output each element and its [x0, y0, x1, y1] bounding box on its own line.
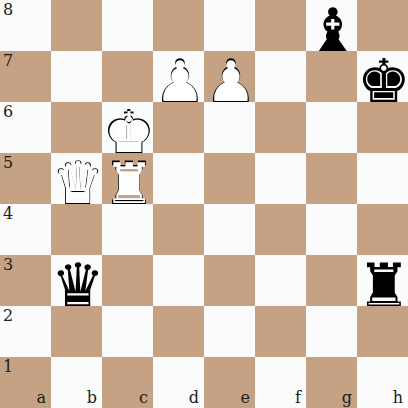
square-h6[interactable] [357, 102, 408, 153]
square-c1[interactable] [102, 357, 153, 408]
square-a8[interactable] [0, 0, 51, 51]
white-pawn-fill-glyph: ♟ [155, 53, 205, 109]
square-d7[interactable]: ♟♙ [153, 51, 204, 102]
square-e5[interactable] [204, 153, 255, 204]
white-king-fill-glyph: ♚ [104, 104, 154, 160]
square-h8[interactable] [357, 0, 408, 51]
square-c6[interactable]: ♚♔ [102, 102, 153, 153]
white-rook-c5[interactable]: ♜♖ [102, 153, 153, 204]
square-h7[interactable]: ♚ [357, 51, 408, 102]
square-b3[interactable]: ♛ [51, 255, 102, 306]
square-d4[interactable] [153, 204, 204, 255]
square-h3[interactable]: ♜ [357, 255, 408, 306]
square-d8[interactable] [153, 0, 204, 51]
chess-diagram: ♝♟♙♟♙♚♚♔♛♕♜♖♛♜ 87654321abcdefgh [0, 0, 408, 408]
square-h1[interactable] [357, 357, 408, 408]
square-f1[interactable] [255, 357, 306, 408]
white-rook-fill-glyph: ♜ [104, 155, 154, 211]
square-e7[interactable]: ♟♙ [204, 51, 255, 102]
square-b7[interactable] [51, 51, 102, 102]
square-g4[interactable] [306, 204, 357, 255]
square-g8[interactable]: ♝ [306, 0, 357, 51]
square-c2[interactable] [102, 306, 153, 357]
square-f4[interactable] [255, 204, 306, 255]
square-f2[interactable] [255, 306, 306, 357]
square-h2[interactable] [357, 306, 408, 357]
square-a7[interactable] [0, 51, 51, 102]
square-e8[interactable] [204, 0, 255, 51]
white-queen-fill-glyph: ♛ [53, 155, 103, 211]
square-a2[interactable] [0, 306, 51, 357]
square-b1[interactable] [51, 357, 102, 408]
square-d5[interactable] [153, 153, 204, 204]
square-f6[interactable] [255, 102, 306, 153]
square-g2[interactable] [306, 306, 357, 357]
square-c3[interactable] [102, 255, 153, 306]
square-g7[interactable] [306, 51, 357, 102]
square-h5[interactable] [357, 153, 408, 204]
square-b4[interactable] [51, 204, 102, 255]
square-a4[interactable] [0, 204, 51, 255]
square-e6[interactable] [204, 102, 255, 153]
square-g1[interactable] [306, 357, 357, 408]
white-pawn-fill-glyph: ♟ [206, 53, 256, 109]
square-h4[interactable] [357, 204, 408, 255]
black-queen-b3[interactable]: ♛ [51, 255, 102, 306]
square-d1[interactable] [153, 357, 204, 408]
square-e4[interactable] [204, 204, 255, 255]
square-c8[interactable] [102, 0, 153, 51]
square-a5[interactable] [0, 153, 51, 204]
square-c4[interactable] [102, 204, 153, 255]
square-g5[interactable] [306, 153, 357, 204]
square-e3[interactable] [204, 255, 255, 306]
square-b5[interactable]: ♛♕ [51, 153, 102, 204]
square-c7[interactable] [102, 51, 153, 102]
square-c5[interactable]: ♜♖ [102, 153, 153, 204]
white-king-c6[interactable]: ♚♔ [102, 102, 153, 153]
black-king-h7[interactable]: ♚ [357, 51, 408, 102]
square-f7[interactable] [255, 51, 306, 102]
square-d6[interactable] [153, 102, 204, 153]
white-pawn-d7[interactable]: ♟♙ [153, 51, 204, 102]
square-e1[interactable] [204, 357, 255, 408]
square-b8[interactable] [51, 0, 102, 51]
black-bishop-g8[interactable]: ♝ [306, 0, 357, 51]
square-f3[interactable] [255, 255, 306, 306]
chess-board: ♝♟♙♟♙♚♚♔♛♕♜♖♛♜ [0, 0, 408, 408]
white-queen-b5[interactable]: ♛♕ [51, 153, 102, 204]
white-pawn-e7[interactable]: ♟♙ [204, 51, 255, 102]
square-b6[interactable] [51, 102, 102, 153]
square-d2[interactable] [153, 306, 204, 357]
square-d3[interactable] [153, 255, 204, 306]
square-a6[interactable] [0, 102, 51, 153]
black-rook-h3[interactable]: ♜ [357, 255, 408, 306]
square-g3[interactable] [306, 255, 357, 306]
square-f5[interactable] [255, 153, 306, 204]
square-f8[interactable] [255, 0, 306, 51]
square-e2[interactable] [204, 306, 255, 357]
square-g6[interactable] [306, 102, 357, 153]
square-a1[interactable] [0, 357, 51, 408]
square-b2[interactable] [51, 306, 102, 357]
square-a3[interactable] [0, 255, 51, 306]
